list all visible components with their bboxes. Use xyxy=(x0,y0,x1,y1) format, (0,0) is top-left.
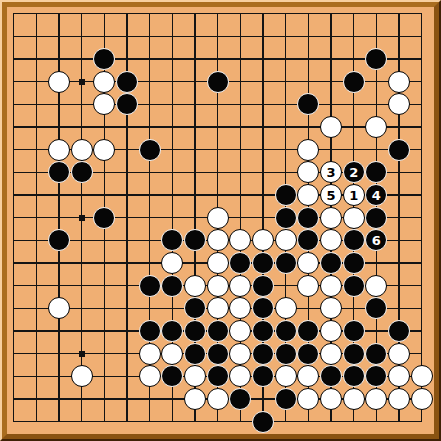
stone-black xyxy=(184,229,206,251)
stone-white xyxy=(297,184,319,206)
stone-black xyxy=(161,320,183,342)
stone-black xyxy=(71,161,93,183)
move-number-label: 2 xyxy=(349,166,358,179)
stone-black xyxy=(275,252,297,274)
stone-black xyxy=(275,184,297,206)
stone-white xyxy=(320,229,342,251)
stone-black xyxy=(252,343,274,365)
go-board-frame: 325146 xyxy=(0,0,441,441)
stone-black xyxy=(343,229,365,251)
stone-black: 6 xyxy=(365,229,387,251)
move-number-label: 1 xyxy=(349,189,358,202)
stone-black xyxy=(365,365,387,387)
stone-black xyxy=(184,343,206,365)
stone-white xyxy=(343,388,365,410)
stone-white xyxy=(411,365,433,387)
stone-white xyxy=(71,365,93,387)
stone-white xyxy=(320,388,342,410)
stone-black xyxy=(252,275,274,297)
stone-white xyxy=(320,275,342,297)
stone-black xyxy=(48,229,70,251)
move-number-label: 3 xyxy=(327,166,336,179)
stone-white xyxy=(207,388,229,410)
stone-black xyxy=(161,365,183,387)
stone-black xyxy=(207,71,229,93)
stone-white xyxy=(320,297,342,319)
stone-black xyxy=(343,275,365,297)
move-number-label: 4 xyxy=(372,189,381,202)
stone-white xyxy=(297,275,319,297)
stone-black xyxy=(161,229,183,251)
stone-white xyxy=(297,252,319,274)
stone-white xyxy=(48,139,70,161)
stone-white xyxy=(207,297,229,319)
stone-white xyxy=(297,388,319,410)
stone-black xyxy=(297,229,319,251)
stone-black xyxy=(252,252,274,274)
stone-black xyxy=(275,207,297,229)
stone-black xyxy=(365,48,387,70)
stone-white xyxy=(184,275,206,297)
stone-black xyxy=(275,343,297,365)
stone-white xyxy=(93,93,115,115)
star-point xyxy=(79,215,85,221)
stone-white xyxy=(388,365,410,387)
stone-white xyxy=(229,365,251,387)
stone-white xyxy=(161,252,183,274)
stone-white xyxy=(411,388,433,410)
stone-black xyxy=(297,207,319,229)
stone-white xyxy=(48,297,70,319)
stone-black xyxy=(229,252,251,274)
stone-black xyxy=(93,207,115,229)
stone-black xyxy=(207,365,229,387)
stone-black xyxy=(320,252,342,274)
stone-black xyxy=(229,388,251,410)
stone-white xyxy=(275,229,297,251)
stone-white xyxy=(139,365,161,387)
stone-black xyxy=(252,297,274,319)
stone-black xyxy=(343,365,365,387)
stone-black xyxy=(343,252,365,274)
star-point xyxy=(79,351,85,357)
stone-white xyxy=(229,343,251,365)
stone-black xyxy=(48,161,70,183)
stone-white xyxy=(320,207,342,229)
stone-black xyxy=(184,320,206,342)
stone-white xyxy=(184,365,206,387)
stone-white xyxy=(320,343,342,365)
stone-black xyxy=(297,320,319,342)
stone-white xyxy=(207,252,229,274)
stone-white xyxy=(139,343,161,365)
grid-line-horizontal xyxy=(13,421,423,423)
stone-white xyxy=(388,343,410,365)
star-point xyxy=(79,79,85,85)
stone-black xyxy=(139,139,161,161)
stone-black xyxy=(275,388,297,410)
stone-black xyxy=(161,275,183,297)
stone-white xyxy=(252,229,274,251)
stone-black xyxy=(252,320,274,342)
stone-white xyxy=(207,207,229,229)
stone-white xyxy=(229,320,251,342)
stone-black xyxy=(365,207,387,229)
stone-black xyxy=(116,71,138,93)
stone-white xyxy=(388,388,410,410)
stone-white xyxy=(207,275,229,297)
stone-black xyxy=(343,71,365,93)
stone-white xyxy=(184,388,206,410)
stone-white xyxy=(320,116,342,138)
grid-line-vertical xyxy=(421,13,423,423)
stone-black: 4 xyxy=(365,184,387,206)
stone-black xyxy=(275,320,297,342)
stone-white xyxy=(343,207,365,229)
stone-white xyxy=(93,71,115,93)
stone-black xyxy=(388,320,410,342)
stone-white xyxy=(365,116,387,138)
stone-white xyxy=(297,139,319,161)
stone-white xyxy=(48,71,70,93)
stone-black xyxy=(139,320,161,342)
stone-black xyxy=(184,297,206,319)
stone-black xyxy=(207,343,229,365)
stone-white xyxy=(320,320,342,342)
stone-black xyxy=(343,320,365,342)
stone-black xyxy=(365,343,387,365)
stone-white xyxy=(388,93,410,115)
stone-white xyxy=(275,297,297,319)
stone-black xyxy=(139,275,161,297)
stone-white xyxy=(71,139,93,161)
stone-black xyxy=(116,93,138,115)
stone-black xyxy=(365,161,387,183)
stone-white: 3 xyxy=(320,161,342,183)
stone-black xyxy=(388,139,410,161)
go-board: 325146 xyxy=(0,0,441,441)
stone-white xyxy=(207,229,229,251)
stone-black xyxy=(343,343,365,365)
stone-black xyxy=(297,93,319,115)
stone-black xyxy=(252,365,274,387)
stone-white: 1 xyxy=(343,184,365,206)
stone-white xyxy=(297,365,319,387)
stone-black: 2 xyxy=(343,161,365,183)
move-number-label: 5 xyxy=(327,189,336,202)
stone-black xyxy=(207,320,229,342)
stone-white xyxy=(229,297,251,319)
stone-black xyxy=(365,297,387,319)
stone-black xyxy=(297,343,319,365)
stone-black xyxy=(252,411,274,433)
stone-white: 5 xyxy=(320,184,342,206)
stone-black xyxy=(93,48,115,70)
stone-white xyxy=(161,343,183,365)
stone-white xyxy=(229,229,251,251)
stone-white xyxy=(365,275,387,297)
stone-black xyxy=(320,365,342,387)
stone-white xyxy=(93,139,115,161)
move-number-label: 6 xyxy=(372,234,381,247)
stone-white xyxy=(275,365,297,387)
stone-white xyxy=(365,388,387,410)
stone-white xyxy=(297,161,319,183)
stone-white xyxy=(229,275,251,297)
stone-white xyxy=(388,71,410,93)
